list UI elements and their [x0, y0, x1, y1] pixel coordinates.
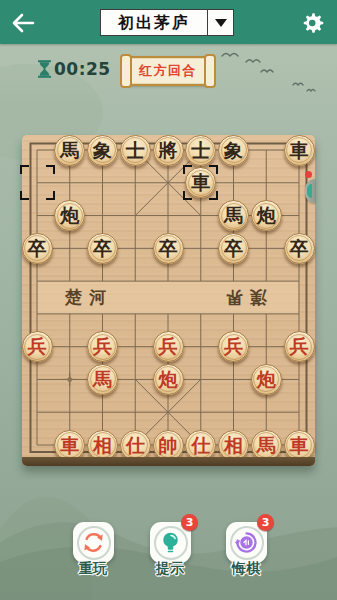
birds-icon	[222, 54, 315, 92]
piece-red-elephant[interactable]: 相	[218, 430, 249, 461]
level-dropdown[interactable]: 初出茅庐	[100, 9, 234, 36]
undo-icon	[233, 529, 260, 556]
notification-dot	[305, 171, 312, 178]
piece-red-soldier[interactable]: 兵	[87, 331, 118, 362]
gear-icon	[297, 8, 327, 38]
level-title: 初出茅庐	[101, 10, 207, 35]
back-button[interactable]	[8, 8, 38, 38]
side-panel-tab[interactable]	[305, 179, 315, 203]
piece-black-soldier[interactable]: 卒	[153, 233, 184, 264]
piece-black-chariot[interactable]: 車	[284, 135, 315, 166]
river-label-right: 漢界	[219, 286, 267, 309]
undo-button[interactable]: 3	[226, 522, 267, 563]
piece-black-soldier[interactable]: 卒	[87, 233, 118, 264]
bulb-icon	[157, 529, 184, 556]
top-bar: 初出茅庐	[0, 0, 337, 44]
point-marker	[67, 376, 73, 383]
piece-black-advisor[interactable]: 士	[120, 135, 151, 166]
piece-black-horse[interactable]: 馬	[54, 135, 85, 166]
back-arrow-icon	[8, 8, 38, 38]
hint-label: 提示	[140, 560, 200, 578]
piece-red-horse[interactable]: 馬	[87, 364, 118, 395]
hint-button[interactable]: 3	[150, 522, 191, 563]
hourglass-icon	[38, 60, 51, 78]
piece-black-elephant[interactable]: 象	[218, 135, 249, 166]
replay-label: 重玩	[63, 560, 123, 578]
piece-red-chariot[interactable]: 車	[284, 430, 315, 461]
piece-red-soldier[interactable]: 兵	[284, 331, 315, 362]
piece-red-horse[interactable]: 馬	[251, 430, 282, 461]
piece-black-general[interactable]: 將	[153, 135, 184, 166]
piece-red-soldier[interactable]: 兵	[22, 331, 53, 362]
turn-badge: 红方回合	[122, 56, 214, 86]
piece-red-cannon[interactable]: 炮	[153, 364, 184, 395]
piece-red-soldier[interactable]: 兵	[218, 331, 249, 362]
piece-red-general[interactable]: 帥	[153, 430, 184, 461]
board-bottom-edge	[22, 457, 315, 466]
piece-red-soldier[interactable]: 兵	[153, 331, 184, 362]
turn-badge-text: 红方回合	[139, 62, 197, 80]
piece-black-soldier[interactable]: 卒	[218, 233, 249, 264]
piece-red-elephant[interactable]: 相	[87, 430, 118, 461]
settings-button[interactable]	[297, 8, 327, 38]
replay-button[interactable]	[73, 522, 114, 563]
piece-red-advisor[interactable]: 仕	[120, 430, 151, 461]
dropdown-arrow-box	[207, 10, 233, 35]
timer-text: 00:25	[54, 59, 111, 79]
hint-count-badge: 3	[181, 514, 198, 531]
piece-black-elephant[interactable]: 象	[87, 135, 118, 166]
xiangqi-board[interactable]: 楚河 漢界 馬象士將士象車車炮馬炮卒卒卒卒卒兵兵兵兵兵馬炮炮車相仕帥仕相馬車	[22, 135, 315, 466]
piece-black-horse[interactable]: 馬	[218, 200, 249, 231]
button-ring	[230, 526, 264, 560]
chevron-down-icon	[215, 19, 227, 27]
button-ring	[77, 526, 111, 560]
piece-red-cannon[interactable]: 炮	[251, 364, 282, 395]
button-ring	[154, 526, 188, 560]
piece-black-advisor[interactable]: 士	[185, 135, 216, 166]
piece-black-soldier[interactable]: 卒	[284, 233, 315, 264]
refresh-icon	[80, 529, 107, 556]
piece-red-chariot[interactable]: 車	[54, 430, 85, 461]
river-label-left: 楚河	[65, 286, 113, 309]
undo-count-badge: 3	[257, 514, 274, 531]
app-screen: 初出茅庐 00:25 红方回合	[0, 0, 337, 600]
piece-black-soldier[interactable]: 卒	[22, 233, 53, 264]
undo-label: 悔棋	[216, 560, 276, 578]
leaf-icon	[307, 184, 312, 198]
move-timer: 00:25	[38, 59, 111, 79]
piece-black-cannon[interactable]: 炮	[251, 200, 282, 231]
piece-red-advisor[interactable]: 仕	[185, 430, 216, 461]
